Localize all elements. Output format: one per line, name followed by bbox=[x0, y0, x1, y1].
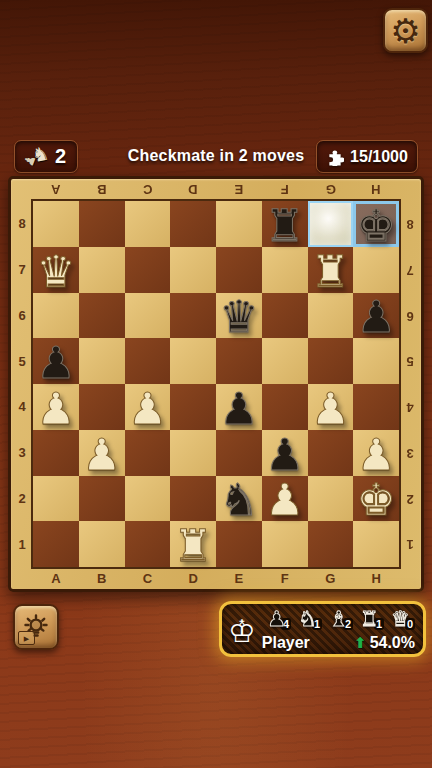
white-rook-g7[interactable]: ♜ bbox=[308, 247, 354, 293]
square-b6[interactable] bbox=[79, 293, 125, 339]
hint-button[interactable]: ▶ bbox=[13, 604, 59, 650]
coord-label: H bbox=[353, 568, 399, 589]
square-a2[interactable] bbox=[33, 476, 79, 522]
square-c1[interactable] bbox=[125, 521, 171, 567]
coord-label: 8 bbox=[399, 201, 421, 247]
black-knight-e2[interactable]: ♞ bbox=[216, 476, 262, 522]
black-queen-e6[interactable]: ♛ bbox=[216, 293, 262, 339]
black-rook-f8[interactable]: ♜ bbox=[262, 201, 308, 247]
white-rook-d1[interactable]: ♜ bbox=[170, 521, 216, 567]
square-g5[interactable] bbox=[308, 338, 354, 384]
coord-label: F bbox=[262, 568, 308, 589]
square-g3[interactable] bbox=[308, 430, 354, 476]
knight-icon: ♞ bbox=[298, 609, 317, 630]
black-pawn-e4[interactable]: ♟ bbox=[216, 384, 262, 430]
square-d7[interactable] bbox=[170, 247, 216, 293]
puzzle-piece-icon bbox=[326, 148, 344, 166]
square-d6[interactable] bbox=[170, 293, 216, 339]
white-king-icon: ♔ bbox=[228, 616, 256, 647]
captured-queen: ♛0 bbox=[391, 609, 415, 630]
up-arrow-icon: ⬆ bbox=[354, 634, 367, 652]
coord-label: 6 bbox=[11, 293, 33, 339]
coord-label: 3 bbox=[11, 430, 33, 476]
coord-label: G bbox=[308, 568, 354, 589]
square-g6[interactable] bbox=[308, 293, 354, 339]
square-g1[interactable] bbox=[308, 521, 354, 567]
black-pawn-a5[interactable]: ♟ bbox=[33, 338, 79, 384]
coord-label: 2 bbox=[399, 476, 421, 522]
rank-labels-right: 87654321 bbox=[399, 201, 421, 567]
square-c5[interactable] bbox=[125, 338, 171, 384]
square-h5[interactable] bbox=[353, 338, 399, 384]
coord-label: B bbox=[79, 179, 125, 200]
square-d3[interactable] bbox=[170, 430, 216, 476]
square-c6[interactable] bbox=[125, 293, 171, 339]
coord-label: G bbox=[308, 179, 354, 200]
square-e1[interactable] bbox=[216, 521, 262, 567]
square-b4[interactable] bbox=[79, 384, 125, 430]
white-pawn-g4[interactable]: ♟ bbox=[308, 384, 354, 430]
player-panel: ♔ ♟4♞1♝2♜1♛0 Player ⬆ 54.0% bbox=[219, 601, 426, 657]
coord-label: D bbox=[170, 568, 216, 589]
puzzle-progress-count: 15/1000 bbox=[350, 148, 408, 166]
coord-label: C bbox=[125, 179, 171, 200]
white-pawn-b3[interactable]: ♟ bbox=[79, 430, 125, 476]
square-b5[interactable] bbox=[79, 338, 125, 384]
board-play-area: ♜♚♛♜♛♟♟♟♟♟♟♟♟♟♞♟♚♜ bbox=[31, 199, 401, 569]
player-panel-right: ♟4♞1♝2♜1♛0 Player ⬆ 54.0% bbox=[262, 606, 415, 652]
white-pawn-f2[interactable]: ♟ bbox=[262, 476, 308, 522]
white-king-h2[interactable]: ♚ bbox=[353, 476, 399, 522]
square-d5[interactable] bbox=[170, 338, 216, 384]
coord-label: 8 bbox=[11, 201, 33, 247]
pawn-icon: ♟ bbox=[267, 609, 286, 630]
square-c2[interactable] bbox=[125, 476, 171, 522]
square-c3[interactable] bbox=[125, 430, 171, 476]
square-a8[interactable] bbox=[33, 201, 79, 247]
square-d8[interactable] bbox=[170, 201, 216, 247]
square-h1[interactable] bbox=[353, 521, 399, 567]
square-h7[interactable] bbox=[353, 247, 399, 293]
coord-label: E bbox=[216, 179, 262, 200]
queen-icon: ♛ bbox=[391, 609, 410, 630]
square-b2[interactable] bbox=[79, 476, 125, 522]
win-probability: ⬆ 54.0% bbox=[354, 634, 415, 652]
square-h4[interactable] bbox=[353, 384, 399, 430]
white-queen-a7[interactable]: ♛ bbox=[33, 247, 79, 293]
settings-button[interactable]: ⚙ bbox=[383, 8, 428, 53]
black-pawn-h6[interactable]: ♟ bbox=[353, 293, 399, 339]
square-f6[interactable] bbox=[262, 293, 308, 339]
coord-label: 4 bbox=[11, 384, 33, 430]
square-e5[interactable] bbox=[216, 338, 262, 384]
player-name: Player bbox=[262, 634, 310, 652]
rank-labels-left: 87654321 bbox=[11, 201, 33, 567]
black-pawn-f3[interactable]: ♟ bbox=[262, 430, 308, 476]
coord-label: 1 bbox=[399, 521, 421, 567]
coord-label: 7 bbox=[11, 247, 33, 293]
coord-label: 3 bbox=[399, 430, 421, 476]
chess-board: ABCDEFGH ABCDEFGH 87654321 87654321 ♜♚♛♜… bbox=[8, 176, 424, 592]
coord-label: 7 bbox=[399, 247, 421, 293]
square-a1[interactable] bbox=[33, 521, 79, 567]
bishop-icon: ♝ bbox=[329, 609, 348, 630]
black-king-h8[interactable]: ♚ bbox=[353, 201, 399, 247]
captured-knight: ♞1 bbox=[298, 609, 322, 630]
puzzle-progress-badge: 15/1000 bbox=[316, 140, 418, 173]
white-pawn-a4[interactable]: ♟ bbox=[33, 384, 79, 430]
square-b8[interactable] bbox=[79, 201, 125, 247]
captured-bishop: ♝2 bbox=[329, 609, 353, 630]
captured-pawn: ♟4 bbox=[267, 609, 291, 630]
square-b1[interactable] bbox=[79, 521, 125, 567]
win-percent-value: 54.0% bbox=[370, 634, 415, 652]
square-e3[interactable] bbox=[216, 430, 262, 476]
captured-rook: ♜1 bbox=[360, 609, 384, 630]
square-e8[interactable] bbox=[216, 201, 262, 247]
square-c7[interactable] bbox=[125, 247, 171, 293]
coord-label: H bbox=[353, 179, 399, 200]
coord-label: 2 bbox=[11, 476, 33, 522]
square-c8[interactable] bbox=[125, 201, 171, 247]
square-f4[interactable] bbox=[262, 384, 308, 430]
player-status-row: Player ⬆ 54.0% bbox=[262, 634, 415, 652]
coord-label: E bbox=[216, 568, 262, 589]
captured-pieces: ♟4♞1♝2♜1♛0 bbox=[262, 606, 415, 630]
white-pawn-c4[interactable]: ♟ bbox=[125, 384, 171, 430]
coord-label: 5 bbox=[11, 338, 33, 384]
coord-label: 6 bbox=[399, 293, 421, 339]
coord-label: 4 bbox=[399, 384, 421, 430]
ad-video-icon: ▶ bbox=[18, 631, 35, 645]
square-f1[interactable] bbox=[262, 521, 308, 567]
coord-label: C bbox=[125, 568, 171, 589]
coord-label: A bbox=[33, 568, 79, 589]
square-a3[interactable] bbox=[33, 430, 79, 476]
square-d2[interactable] bbox=[170, 476, 216, 522]
square-g8[interactable] bbox=[308, 201, 354, 247]
gear-icon: ⚙ bbox=[390, 14, 420, 48]
square-d4[interactable] bbox=[170, 384, 216, 430]
white-pawn-h3[interactable]: ♟ bbox=[353, 430, 399, 476]
coord-label: D bbox=[170, 179, 216, 200]
file-labels-bottom: ABCDEFGH bbox=[33, 568, 399, 589]
coord-label: A bbox=[33, 179, 79, 200]
coord-label: 5 bbox=[399, 338, 421, 384]
square-g2[interactable] bbox=[308, 476, 354, 522]
coord-label: 1 bbox=[11, 521, 33, 567]
file-labels-top: ABCDEFGH bbox=[33, 179, 399, 200]
square-a6[interactable] bbox=[33, 293, 79, 339]
square-f5[interactable] bbox=[262, 338, 308, 384]
coord-label: B bbox=[79, 568, 125, 589]
square-b7[interactable] bbox=[79, 247, 125, 293]
rook-icon: ♜ bbox=[360, 609, 379, 630]
square-f7[interactable] bbox=[262, 247, 308, 293]
coord-label: F bbox=[262, 179, 308, 200]
square-e7[interactable] bbox=[216, 247, 262, 293]
